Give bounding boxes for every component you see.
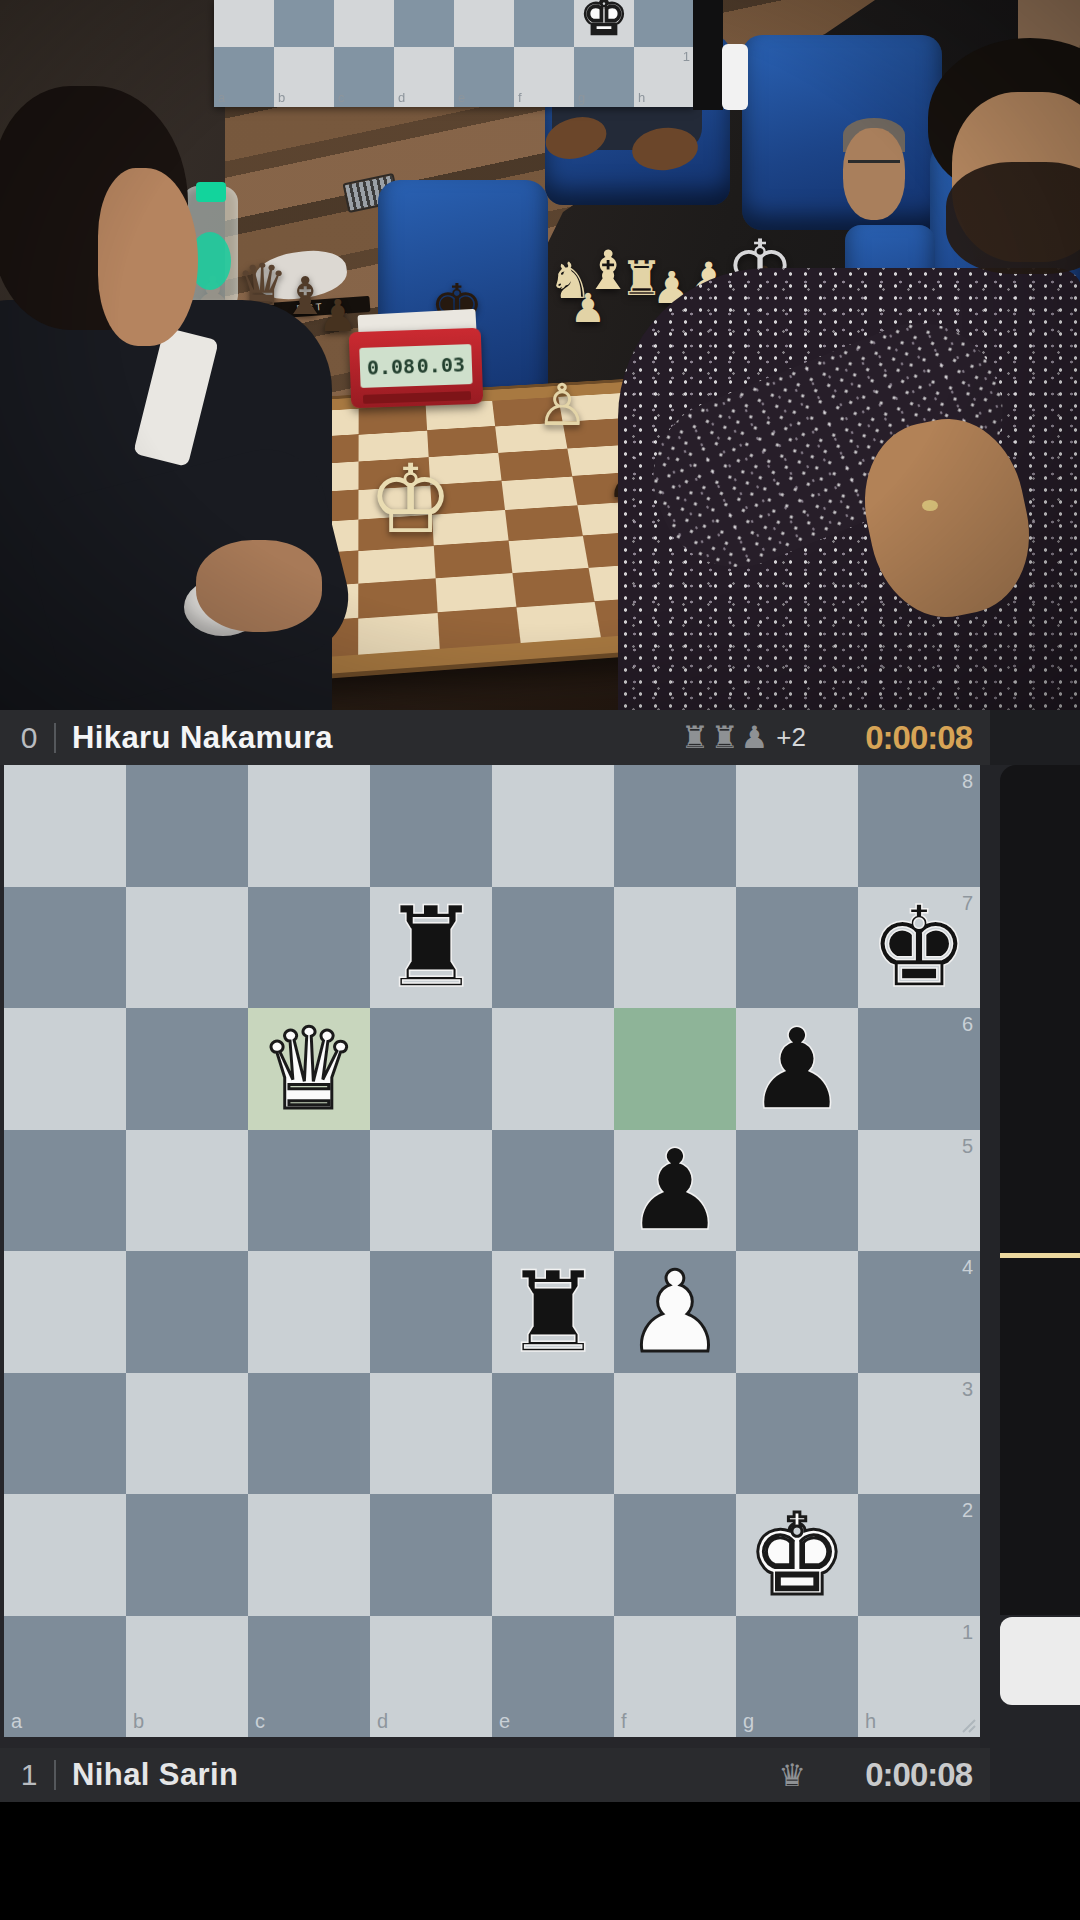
- board-square[interactable]: a: [4, 1616, 126, 1738]
- board-square[interactable]: [126, 887, 248, 1009]
- board-square[interactable]: [248, 1494, 370, 1616]
- mini-board-square: [454, 0, 514, 47]
- material-advantage: +2: [776, 722, 806, 753]
- player-bar-bottom: 1 Nihal Sarin ♛ 0:00:08: [0, 1748, 990, 1802]
- rank-label: 7: [962, 892, 973, 915]
- board-square[interactable]: 8: [858, 765, 980, 887]
- top-player-clock: 0:00:08: [840, 719, 972, 757]
- board-square[interactable]: [370, 1008, 492, 1130]
- mini-board-square: [214, 0, 274, 47]
- rank-label: 3: [962, 1378, 973, 1401]
- rank-label: 5: [962, 1135, 973, 1158]
- board-square[interactable]: [4, 765, 126, 887]
- mini-board-square: f: [514, 47, 574, 107]
- board-square[interactable]: ♚: [736, 1494, 858, 1616]
- board-square[interactable]: ♜: [492, 1251, 614, 1373]
- board-square[interactable]: 1h: [858, 1616, 980, 1738]
- rank-label: 2: [962, 1499, 973, 1522]
- board-square[interactable]: b: [126, 1616, 248, 1738]
- chess-piece-white-queen: ♛: [248, 1008, 370, 1130]
- mini-board-square: ♚: [574, 0, 634, 47]
- mini-rank-label: 1: [683, 49, 690, 64]
- mini-board-square: [274, 0, 334, 47]
- captured-rook-icon: ♜: [681, 722, 709, 753]
- board-square[interactable]: [492, 765, 614, 887]
- side-panel-white-card: [1000, 1617, 1080, 1705]
- mini-board-square: g: [574, 47, 634, 107]
- mini-file-label: g: [578, 90, 585, 105]
- mini-file-label: c: [338, 90, 345, 105]
- top-player-score: 0: [14, 721, 44, 755]
- board-square[interactable]: [614, 1373, 736, 1495]
- divider: [54, 1760, 56, 1790]
- board-square[interactable]: [736, 887, 858, 1009]
- board-square[interactable]: [248, 765, 370, 887]
- bottom-player-clock: 0:00:08: [840, 1756, 972, 1794]
- mini-file-label: h: [638, 90, 645, 105]
- top-player-name: Hikaru Nakamura: [72, 720, 333, 756]
- board-square[interactable]: [4, 1373, 126, 1495]
- board-square[interactable]: [492, 1130, 614, 1252]
- mini-board-square: b: [274, 47, 334, 107]
- board-square[interactable]: g: [736, 1616, 858, 1738]
- bottom-player-score: 1: [14, 1758, 44, 1792]
- board-square[interactable]: [370, 1373, 492, 1495]
- board-square[interactable]: [370, 1494, 492, 1616]
- broadcast-frame: DGT ♔♚♟♜♙♙♟♟♔ ♟♞♟♛♝♟ ♞♝♜♟♟♟ 0.08 0.03: [0, 0, 1080, 1920]
- board-square[interactable]: [126, 765, 248, 887]
- board-square[interactable]: [4, 1494, 126, 1616]
- board-square[interactable]: [370, 1130, 492, 1252]
- rank-label: 1: [962, 1621, 973, 1644]
- mini-board-side-card: [722, 44, 748, 110]
- board-square[interactable]: [126, 1130, 248, 1252]
- board-square[interactable]: [248, 1251, 370, 1373]
- board-square[interactable]: d: [370, 1616, 492, 1738]
- mini-file-label: e: [458, 90, 465, 105]
- board-square[interactable]: f: [614, 1616, 736, 1738]
- board-square[interactable]: 6: [858, 1008, 980, 1130]
- board-square[interactable]: ♟: [614, 1130, 736, 1252]
- venue-photo: DGT ♔♚♟♜♙♙♟♟♔ ♟♞♟♛♝♟ ♞♝♜♟♟♟ 0.08 0.03: [0, 0, 1080, 710]
- board-square[interactable]: [126, 1251, 248, 1373]
- board-square[interactable]: 4: [858, 1251, 980, 1373]
- chess-board: 8♜♚7♛♟6♟5♜♟43♚2abcdefg1h: [4, 765, 980, 1737]
- mini-file-label: d: [398, 90, 405, 105]
- board-square[interactable]: 2: [858, 1494, 980, 1616]
- board-square[interactable]: [614, 765, 736, 887]
- board-square[interactable]: [614, 887, 736, 1009]
- board-square[interactable]: [736, 1373, 858, 1495]
- rank-label: 4: [962, 1256, 973, 1279]
- mini-board-square: [634, 0, 694, 47]
- board-square[interactable]: [126, 1008, 248, 1130]
- board-square[interactable]: [4, 1251, 126, 1373]
- side-panel-card: [1000, 765, 1080, 1615]
- file-label: a: [11, 1710, 22, 1733]
- mini-file-label: b: [278, 90, 285, 105]
- top-material-icons: ♜♜♟+2: [681, 722, 806, 753]
- board-square[interactable]: [248, 1373, 370, 1495]
- mini-file-label: a: [218, 90, 225, 105]
- mini-board-square: h1: [634, 47, 694, 107]
- file-label: g: [743, 1710, 754, 1733]
- chess-piece-white-pawn: ♟: [614, 1251, 736, 1373]
- board-square[interactable]: [736, 1251, 858, 1373]
- board-square[interactable]: e: [492, 1616, 614, 1738]
- board-square[interactable]: [492, 1373, 614, 1495]
- board-square[interactable]: [492, 1494, 614, 1616]
- captured-queen-icon: ♛: [778, 1760, 806, 1791]
- chess-piece-black-pawn: ♟: [736, 1008, 858, 1130]
- mini-board: ♚abcdefgh1: [214, 0, 694, 107]
- mini-board-square: e: [454, 47, 514, 107]
- board-square[interactable]: ♛: [248, 1008, 370, 1130]
- board-square[interactable]: ♜: [370, 887, 492, 1009]
- board-square[interactable]: [4, 1130, 126, 1252]
- board-square[interactable]: [736, 1130, 858, 1252]
- rank-label: 6: [962, 1013, 973, 1036]
- file-label: h: [865, 1710, 876, 1733]
- board-square[interactable]: [4, 887, 126, 1009]
- side-panel-divider-line: [1000, 1253, 1080, 1258]
- board-square[interactable]: [126, 1373, 248, 1495]
- board-square[interactable]: [126, 1494, 248, 1616]
- board-square[interactable]: [248, 1130, 370, 1252]
- rank-label: 8: [962, 770, 973, 793]
- mini-board-square: [514, 0, 574, 47]
- file-label: c: [255, 1710, 265, 1733]
- file-label: e: [499, 1710, 510, 1733]
- board-resize-grip[interactable]: [959, 1716, 977, 1734]
- bottom-material-icons: ♛: [778, 1760, 806, 1791]
- chess-piece-black-rook: ♜: [492, 1251, 614, 1373]
- mini-board-square: [334, 0, 394, 47]
- chess-piece-black-rook: ♜: [370, 887, 492, 1009]
- mini-file-label: f: [518, 90, 522, 105]
- chess-piece-white-king: ♚: [574, 0, 634, 43]
- board-square[interactable]: ♟: [614, 1251, 736, 1373]
- captured-rook-icon: ♜: [711, 722, 739, 753]
- board-square[interactable]: [492, 1008, 614, 1130]
- bottom-player-name: Nihal Sarin: [72, 1757, 238, 1793]
- board-square[interactable]: c: [248, 1616, 370, 1738]
- mini-board-square: d: [394, 47, 454, 107]
- divider: [54, 723, 56, 753]
- file-label: b: [133, 1710, 144, 1733]
- mini-board-square: c: [334, 47, 394, 107]
- footer: ChessBase ♚ ndia ▶ f: [0, 1802, 1080, 1920]
- chess-piece-white-king: ♚: [736, 1494, 858, 1616]
- board-square[interactable]: [492, 887, 614, 1009]
- board-square[interactable]: [4, 1008, 126, 1130]
- board-square[interactable]: [370, 1251, 492, 1373]
- mini-board-side-band: [693, 0, 723, 110]
- captured-pawn-icon: ♟: [741, 722, 769, 753]
- board-square[interactable]: 3: [858, 1373, 980, 1495]
- board-square[interactable]: ♟: [736, 1008, 858, 1130]
- player-bar-top: 0 Hikaru Nakamura ♜♜♟+2 0:00:08: [0, 710, 990, 765]
- board-square[interactable]: [736, 765, 858, 887]
- mini-board-square: [394, 0, 454, 47]
- file-label: f: [621, 1710, 627, 1733]
- board-square[interactable]: [614, 1008, 736, 1130]
- board-square[interactable]: [248, 887, 370, 1009]
- board-square[interactable]: [614, 1494, 736, 1616]
- mini-board-square: a: [214, 47, 274, 107]
- board-square[interactable]: 5: [858, 1130, 980, 1252]
- chess-piece-black-pawn: ♟: [614, 1130, 736, 1252]
- file-label: d: [377, 1710, 388, 1733]
- board-square[interactable]: ♚7: [858, 887, 980, 1009]
- top-bar-right-filler: [990, 710, 1080, 765]
- board-square[interactable]: [370, 765, 492, 887]
